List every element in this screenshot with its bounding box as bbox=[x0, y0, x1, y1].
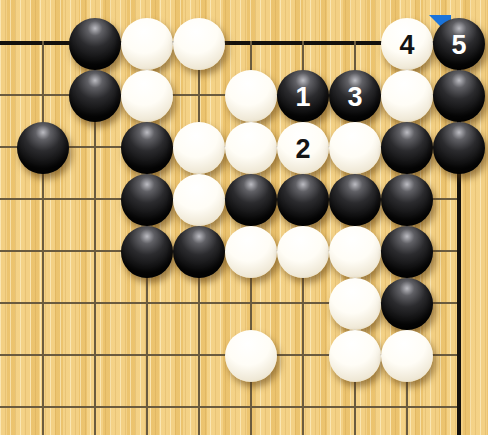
stone-black[interactable] bbox=[381, 278, 433, 330]
go-board[interactable]: 45132 bbox=[0, 0, 488, 435]
stone-white[interactable] bbox=[121, 70, 173, 122]
stone-black[interactable] bbox=[433, 122, 485, 174]
stone-white[interactable] bbox=[277, 226, 329, 278]
stone-black[interactable] bbox=[121, 122, 173, 174]
move-number-label: 4 bbox=[399, 32, 414, 59]
grid-line bbox=[0, 406, 460, 408]
stone-black[interactable] bbox=[277, 174, 329, 226]
stone-black[interactable] bbox=[381, 122, 433, 174]
stone-white[interactable] bbox=[329, 330, 381, 382]
stone-black[interactable] bbox=[17, 122, 69, 174]
stone-white[interactable] bbox=[381, 70, 433, 122]
move-number-label: 1 bbox=[295, 84, 310, 111]
stone-black[interactable] bbox=[381, 174, 433, 226]
stone-white[interactable] bbox=[173, 174, 225, 226]
stone-black-move-5[interactable]: 5 bbox=[433, 18, 485, 70]
stone-black[interactable] bbox=[121, 174, 173, 226]
stone-black[interactable] bbox=[329, 174, 381, 226]
move-number-label: 3 bbox=[347, 84, 362, 111]
stone-white[interactable] bbox=[329, 226, 381, 278]
stone-white[interactable] bbox=[173, 18, 225, 70]
move-number-label: 5 bbox=[451, 32, 466, 59]
stone-white[interactable] bbox=[225, 330, 277, 382]
stone-white-move-2[interactable]: 2 bbox=[277, 122, 329, 174]
stone-white[interactable] bbox=[225, 226, 277, 278]
stone-black[interactable] bbox=[225, 174, 277, 226]
stone-black-move-3[interactable]: 3 bbox=[329, 70, 381, 122]
grid-line bbox=[42, 41, 44, 435]
stone-white[interactable] bbox=[121, 18, 173, 70]
stone-black[interactable] bbox=[69, 18, 121, 70]
stone-black[interactable] bbox=[69, 70, 121, 122]
stone-white[interactable] bbox=[225, 122, 277, 174]
stone-white-move-4[interactable]: 4 bbox=[381, 18, 433, 70]
stone-white[interactable] bbox=[329, 122, 381, 174]
stone-black[interactable] bbox=[381, 226, 433, 278]
move-number-label: 2 bbox=[295, 136, 310, 163]
stone-white[interactable] bbox=[381, 330, 433, 382]
stone-white[interactable] bbox=[225, 70, 277, 122]
stone-black[interactable] bbox=[121, 226, 173, 278]
stone-white[interactable] bbox=[329, 278, 381, 330]
stone-white[interactable] bbox=[173, 122, 225, 174]
stone-black-move-1[interactable]: 1 bbox=[277, 70, 329, 122]
stone-black[interactable] bbox=[173, 226, 225, 278]
stone-black[interactable] bbox=[433, 70, 485, 122]
